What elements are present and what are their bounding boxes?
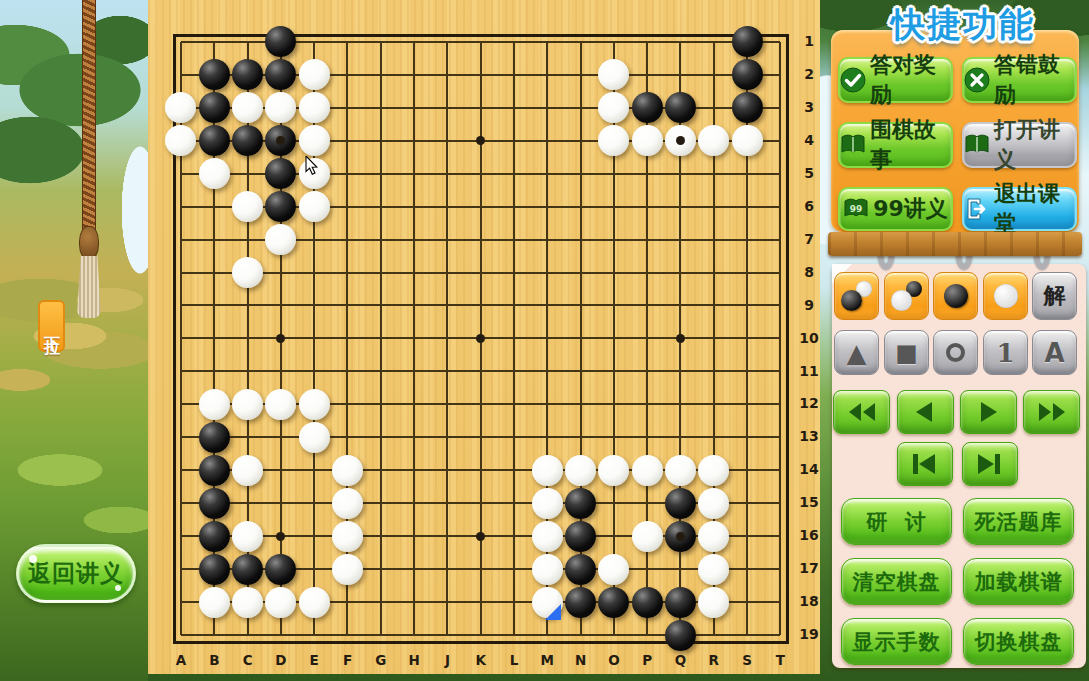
black-stone-B2 <box>199 59 230 90</box>
white-stone-D7 <box>265 224 296 255</box>
white-stone-M14 <box>532 455 563 486</box>
left-scenery-background: 下拉 返回讲义 <box>0 0 148 681</box>
left-icon <box>908 399 944 425</box>
quick-functions-panel: 答对奖励 答错鼓励 围棋故事 打开讲义 99 99讲义 <box>831 30 1079 232</box>
black-stone-S2 <box>732 59 763 90</box>
black-stone-P3 <box>632 92 663 123</box>
white-stone-O2 <box>598 59 629 90</box>
black-stone-N17 <box>565 554 596 585</box>
white-stone-C12 <box>232 389 263 420</box>
square-marker-icon: ■ <box>895 339 918 367</box>
white-stone-R18 <box>698 587 729 618</box>
wrong-encourage-label: 答错鼓励 <box>994 50 1075 110</box>
white-stone-N14 <box>565 455 596 486</box>
black-stone-N18 <box>565 587 596 618</box>
row-label-13: 13 <box>796 428 822 444</box>
black-stone-D17 <box>265 554 296 585</box>
white-stone-Q14 <box>665 455 696 486</box>
answer-button[interactable]: 解 <box>1032 272 1077 320</box>
triangle-marker-button[interactable]: ▲ <box>834 330 879 375</box>
black-stone-P18 <box>632 587 663 618</box>
column-label-A: A <box>171 652 191 668</box>
row-label-2: 2 <box>796 66 822 82</box>
column-label-S: S <box>737 652 757 668</box>
black-stone-B16 <box>199 521 230 552</box>
white-stone-D12 <box>265 389 296 420</box>
row-label-6: 6 <box>796 198 822 214</box>
black-stone-C17 <box>232 554 263 585</box>
white-stone-E18 <box>299 587 330 618</box>
clear-board-button[interactable]: 清空棋盘 <box>841 558 952 605</box>
black-stone-B3 <box>199 92 230 123</box>
row-label-15: 15 <box>796 494 822 510</box>
white-stone-B5 <box>199 158 230 189</box>
correct-reward-label: 答对奖励 <box>870 50 951 110</box>
wooden-shelf <box>828 232 1082 256</box>
lectures-99-button[interactable]: 99 99讲义 <box>838 187 953 231</box>
column-label-J: J <box>437 652 457 668</box>
column-label-Q: Q <box>671 652 691 668</box>
open-lecture-button[interactable]: 打开讲义 <box>962 122 1077 168</box>
white-stone-R16 <box>698 521 729 552</box>
black-stone-O18 <box>598 587 629 618</box>
place-black-then-white-button[interactable] <box>834 272 879 320</box>
switch-board-button[interactable]: 切换棋盘 <box>963 618 1074 665</box>
white-stone-D18 <box>265 587 296 618</box>
black-stone-Q15 <box>665 488 696 519</box>
column-label-E: E <box>304 652 324 668</box>
life-death-library-button[interactable]: 死活题库 <box>963 498 1074 545</box>
row-label-3: 3 <box>796 99 822 115</box>
column-label-O: O <box>604 652 624 668</box>
white-stone-D3 <box>265 92 296 123</box>
pull-down-tab[interactable]: 下拉 <box>38 300 65 352</box>
white-stone-icon <box>989 279 1023 313</box>
book-icon <box>840 132 866 158</box>
row-label-1: 1 <box>796 33 822 49</box>
return-to-lecture-button[interactable]: 返回讲义 <box>16 544 136 603</box>
rope-tassel-fringe <box>77 256 101 318</box>
row-label-4: 4 <box>796 132 822 148</box>
star-point <box>676 334 685 343</box>
black-stone-B15 <box>199 488 230 519</box>
column-label-K: K <box>471 652 491 668</box>
row-label-18: 18 <box>796 593 822 609</box>
wrong-encourage-button[interactable]: 答错鼓励 <box>962 57 1077 103</box>
white-stone-B18 <box>199 587 230 618</box>
exit-classroom-button[interactable]: 退出课堂 <box>962 187 1077 231</box>
number-marker-icon: 1 <box>996 338 1014 368</box>
rewind-button[interactable] <box>833 390 890 434</box>
white-stone-P14 <box>632 455 663 486</box>
row-label-14: 14 <box>796 461 822 477</box>
white-stone-over-black-icon <box>890 279 924 313</box>
white-stone-F16 <box>332 521 363 552</box>
column-label-D: D <box>271 652 291 668</box>
book-icon <box>964 132 990 158</box>
column-label-C: C <box>238 652 258 668</box>
go-classroom-app: 下拉 返回讲义 ABCDEFGHJKLMNOPQRST 123456789101… <box>0 0 1089 681</box>
white-stone-R17 <box>698 554 729 585</box>
white-stone-B12 <box>199 389 230 420</box>
white-stone-O14 <box>598 455 629 486</box>
row-label-19: 19 <box>796 626 822 642</box>
black-stone-B14 <box>199 455 230 486</box>
step-back-button[interactable] <box>897 390 954 434</box>
discuss-button[interactable]: 研 讨 <box>841 498 952 545</box>
row-label-17: 17 <box>796 560 822 576</box>
double-right-icon <box>1034 399 1070 425</box>
white-stone-S4 <box>732 125 763 156</box>
lectures-99-label: 99讲义 <box>873 194 948 224</box>
black-stone-Q19 <box>665 620 696 651</box>
show-move-numbers-button[interactable]: 显示手数 <box>841 618 952 665</box>
white-stone-O4 <box>598 125 629 156</box>
check-circle-icon <box>840 67 866 93</box>
black-stone-N16 <box>565 521 596 552</box>
black-stone-S1 <box>732 26 763 57</box>
white-stone-E6 <box>299 191 330 222</box>
column-label-M: M <box>537 652 557 668</box>
white-stone-E13 <box>299 422 330 453</box>
go-first-button[interactable] <box>897 442 953 486</box>
correct-reward-button[interactable]: 答对奖励 <box>838 57 953 103</box>
column-label-T: T <box>770 652 790 668</box>
row-label-16: 16 <box>796 527 822 543</box>
white-stone-A4 <box>165 125 196 156</box>
black-stone-D1 <box>265 26 296 57</box>
exit-door-icon <box>964 196 990 222</box>
column-label-P: P <box>637 652 657 668</box>
white-stone-C6 <box>232 191 263 222</box>
circle-marker-icon <box>946 343 965 362</box>
column-label-F: F <box>338 652 358 668</box>
triangle-marker-icon: ▲ <box>847 338 867 368</box>
black-stone-D6 <box>265 191 296 222</box>
white-stone-M15 <box>532 488 563 519</box>
rope-tassel-knob <box>79 226 99 260</box>
row-label-5: 5 <box>796 165 822 181</box>
black-stone-S3 <box>732 92 763 123</box>
white-stone-P4 <box>632 125 663 156</box>
black-stone-B17 <box>199 554 230 585</box>
right-bar-icon <box>972 451 1008 477</box>
black-stone-D5 <box>265 158 296 189</box>
black-stone-icon <box>939 279 973 313</box>
quick-functions-title: 快捷功能 <box>838 2 1088 48</box>
board-bottom-strip <box>148 674 820 681</box>
column-label-B: B <box>204 652 224 668</box>
row-label-12: 12 <box>796 395 822 411</box>
square-marker-button[interactable]: ■ <box>884 330 929 375</box>
letter-marker-button[interactable]: A <box>1032 330 1077 375</box>
star-point <box>276 532 285 541</box>
row-label-11: 11 <box>796 363 822 379</box>
place-white-then-black-button[interactable] <box>884 272 929 320</box>
white-stone-E2 <box>299 59 330 90</box>
place-black-button[interactable] <box>933 272 978 320</box>
hanging-rope <box>82 0 96 230</box>
number-marker-button[interactable]: 1 <box>983 330 1028 375</box>
star-point <box>676 532 685 541</box>
go-stories-button[interactable]: 围棋故事 <box>838 122 953 168</box>
white-stone-M16 <box>532 521 563 552</box>
column-label-H: H <box>404 652 424 668</box>
fast-forward-button[interactable] <box>1023 390 1080 434</box>
black-stone-over-white-icon <box>840 279 874 313</box>
open-lecture-label: 打开讲义 <box>994 115 1075 175</box>
white-stone-C18 <box>232 587 263 618</box>
white-stone-M17 <box>532 554 563 585</box>
double-left-icon <box>844 399 880 425</box>
bar-left-icon <box>907 451 943 477</box>
column-label-R: R <box>704 652 724 668</box>
go-stories-label: 围棋故事 <box>870 115 951 175</box>
letter-marker-icon: A <box>1044 338 1064 368</box>
black-stone-C2 <box>232 59 263 90</box>
x-circle-icon <box>964 67 990 93</box>
white-stone-C16 <box>232 521 263 552</box>
tools-panel: 解 ▲■1A 研 讨死活题库清空棋盘加载棋谱显示手数切换棋盘 <box>832 264 1086 668</box>
white-stone-C14 <box>232 455 263 486</box>
black-stone-N15 <box>565 488 596 519</box>
blue-triangle-marker <box>545 604 561 620</box>
step-forward-button[interactable] <box>960 390 1017 434</box>
black-stone-B4 <box>199 125 230 156</box>
white-stone-R4 <box>698 125 729 156</box>
row-label-10: 10 <box>796 330 822 346</box>
mouse-cursor <box>305 156 319 176</box>
exit-classroom-label: 退出课堂 <box>994 179 1075 239</box>
right-icon <box>971 399 1007 425</box>
white-stone-R14 <box>698 455 729 486</box>
go-board: ABCDEFGHJKLMNOPQRST 12345678910111213141… <box>148 0 820 674</box>
white-stone-E4 <box>299 125 330 156</box>
row-label-9: 9 <box>796 297 822 313</box>
load-kifu-button[interactable]: 加载棋谱 <box>963 558 1074 605</box>
white-stone-F14 <box>332 455 363 486</box>
circle-marker-button[interactable] <box>933 330 978 375</box>
star-point <box>476 532 485 541</box>
black-stone-B13 <box>199 422 230 453</box>
white-stone-E12 <box>299 389 330 420</box>
svg-text:99: 99 <box>850 204 863 214</box>
book-99-icon: 99 <box>843 196 869 222</box>
white-stone-F15 <box>332 488 363 519</box>
white-stone-C3 <box>232 92 263 123</box>
row-label-8: 8 <box>796 264 822 280</box>
column-label-G: G <box>371 652 391 668</box>
black-stone-Q3 <box>665 92 696 123</box>
row-label-7: 7 <box>796 231 822 247</box>
column-label-L: L <box>504 652 524 668</box>
column-label-N: N <box>571 652 591 668</box>
star-point <box>476 334 485 343</box>
white-stone-E3 <box>299 92 330 123</box>
white-stone-R15 <box>698 488 729 519</box>
black-stone-D2 <box>265 59 296 90</box>
white-stone-F17 <box>332 554 363 585</box>
white-stone-O17 <box>598 554 629 585</box>
white-stone-A3 <box>165 92 196 123</box>
white-stone-O3 <box>598 92 629 123</box>
white-stone-P16 <box>632 521 663 552</box>
answer-label: 解 <box>1044 281 1066 311</box>
place-white-button[interactable] <box>983 272 1028 320</box>
black-stone-C4 <box>232 125 263 156</box>
go-last-button[interactable] <box>962 442 1018 486</box>
black-stone-Q18 <box>665 587 696 618</box>
white-stone-C8 <box>232 257 263 288</box>
